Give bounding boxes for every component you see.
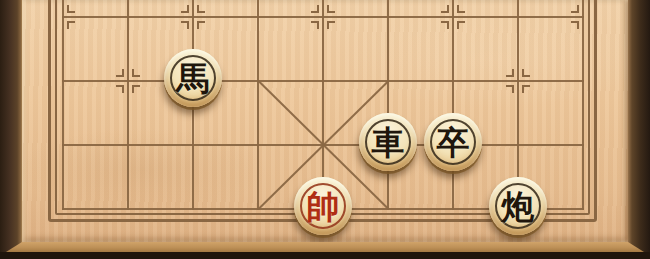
point-marker-corner	[197, 5, 205, 13]
piece-glyph: 卒	[424, 113, 482, 171]
piece-glyph: 帥	[294, 177, 352, 235]
grid-file-line	[127, 0, 129, 210]
point-marker-corner	[311, 21, 319, 29]
point-marker-corner	[116, 85, 124, 93]
point-marker-corner	[67, 21, 75, 29]
point-marker-corner	[132, 69, 140, 77]
point-marker	[506, 69, 530, 93]
point-marker	[571, 5, 595, 29]
grid-file-line	[257, 0, 259, 210]
point-marker-corner	[441, 5, 449, 13]
board-right-edge	[628, 0, 650, 252]
point-marker-corner	[441, 21, 449, 29]
point-marker-corner	[327, 21, 335, 29]
piece-glyph: 車	[359, 113, 417, 171]
grid-file-line	[582, 0, 584, 210]
point-marker	[116, 69, 140, 93]
grid-file-line	[452, 0, 454, 210]
point-marker-corner	[181, 21, 189, 29]
point-marker-corner	[571, 5, 579, 13]
point-marker-corner	[132, 85, 140, 93]
piece-glyph: 炮	[489, 177, 547, 235]
board-left-edge	[0, 0, 22, 252]
point-marker-corner	[116, 69, 124, 77]
board-front-edge	[6, 242, 644, 252]
grid-file-line	[387, 0, 389, 210]
point-marker-corner	[457, 5, 465, 13]
point-marker-corner	[327, 5, 335, 13]
piece-black-cannon[interactable]: 炮	[489, 177, 547, 235]
point-marker-corner	[522, 85, 530, 93]
point-marker-corner	[67, 5, 75, 13]
piece-glyph: 馬	[164, 49, 222, 107]
point-marker	[441, 5, 465, 29]
point-marker-corner	[522, 69, 530, 77]
point-marker-corner	[506, 85, 514, 93]
point-marker-corner	[181, 5, 189, 13]
piece-black-horse[interactable]: 馬	[164, 49, 222, 107]
point-marker-corner	[571, 21, 579, 29]
point-marker-corner	[311, 5, 319, 13]
point-marker-corner	[457, 21, 465, 29]
piece-black-soldier[interactable]: 卒	[424, 113, 482, 171]
table-background	[0, 252, 650, 259]
point-marker	[181, 5, 205, 29]
point-marker	[51, 5, 75, 29]
board-surface[interactable]: 馬車卒炮帥	[22, 0, 628, 242]
point-marker	[311, 5, 335, 29]
piece-red-general[interactable]: 帥	[294, 177, 352, 235]
xiangqi-board: 馬車卒炮帥	[0, 0, 650, 259]
grid-file-line	[62, 0, 64, 210]
point-marker-corner	[506, 69, 514, 77]
piece-black-chariot[interactable]: 車	[359, 113, 417, 171]
point-marker-corner	[197, 21, 205, 29]
